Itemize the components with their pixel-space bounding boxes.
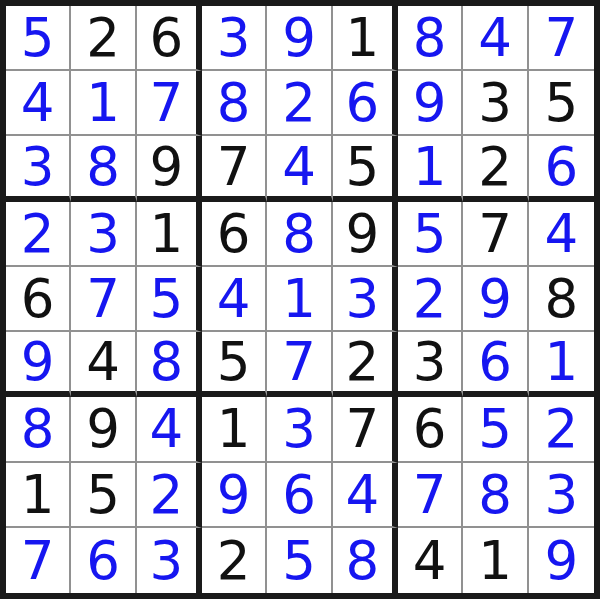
cell-r3c8[interactable]: 2 [463, 136, 528, 201]
cell-r1c7[interactable]: 8 [398, 6, 463, 71]
cell-r1c9[interactable]: 7 [529, 6, 594, 71]
cell-r9c2[interactable]: 6 [71, 528, 136, 593]
cell-r7c2[interactable]: 9 [71, 397, 136, 462]
cell-r6c2[interactable]: 4 [71, 332, 136, 397]
cell-r7c1[interactable]: 8 [6, 397, 71, 462]
cell-r5c5[interactable]: 1 [267, 267, 332, 332]
cell-r9c3[interactable]: 3 [137, 528, 202, 593]
cell-r2c1[interactable]: 4 [6, 71, 71, 136]
cell-r1c3[interactable]: 6 [137, 6, 202, 71]
cell-r5c6[interactable]: 3 [333, 267, 398, 332]
cell-r2c7[interactable]: 9 [398, 71, 463, 136]
cell-r8c9[interactable]: 3 [529, 463, 594, 528]
cell-r6c5[interactable]: 7 [267, 332, 332, 397]
cell-r2c2[interactable]: 1 [71, 71, 136, 136]
cell-r8c6[interactable]: 4 [333, 463, 398, 528]
cell-r7c5[interactable]: 3 [267, 397, 332, 462]
cell-r7c6[interactable]: 7 [333, 397, 398, 462]
cell-r8c7[interactable]: 7 [398, 463, 463, 528]
cell-r4c8[interactable]: 7 [463, 202, 528, 267]
cell-r6c1[interactable]: 9 [6, 332, 71, 397]
cell-r5c7[interactable]: 2 [398, 267, 463, 332]
cell-r1c6[interactable]: 1 [333, 6, 398, 71]
cell-r1c2[interactable]: 2 [71, 6, 136, 71]
cell-r3c4[interactable]: 7 [202, 136, 267, 201]
cell-r8c5[interactable]: 6 [267, 463, 332, 528]
cell-r9c9[interactable]: 9 [529, 528, 594, 593]
cell-r2c3[interactable]: 7 [137, 71, 202, 136]
cell-r5c4[interactable]: 4 [202, 267, 267, 332]
cell-r7c4[interactable]: 1 [202, 397, 267, 462]
cell-r8c1[interactable]: 1 [6, 463, 71, 528]
cell-r9c7[interactable]: 4 [398, 528, 463, 593]
cell-r3c6[interactable]: 5 [333, 136, 398, 201]
cell-r6c3[interactable]: 8 [137, 332, 202, 397]
cell-r3c2[interactable]: 8 [71, 136, 136, 201]
cell-r6c4[interactable]: 5 [202, 332, 267, 397]
cell-r5c3[interactable]: 5 [137, 267, 202, 332]
cell-r5c2[interactable]: 7 [71, 267, 136, 332]
cell-r2c8[interactable]: 3 [463, 71, 528, 136]
cell-r2c4[interactable]: 8 [202, 71, 267, 136]
cell-r9c1[interactable]: 7 [6, 528, 71, 593]
cell-r3c1[interactable]: 3 [6, 136, 71, 201]
cell-r1c1[interactable]: 5 [6, 6, 71, 71]
cell-r8c4[interactable]: 9 [202, 463, 267, 528]
cell-r4c3[interactable]: 1 [137, 202, 202, 267]
cell-r1c4[interactable]: 3 [202, 6, 267, 71]
cell-r8c8[interactable]: 8 [463, 463, 528, 528]
cell-r5c1[interactable]: 6 [6, 267, 71, 332]
cell-r8c3[interactable]: 2 [137, 463, 202, 528]
cell-r3c7[interactable]: 1 [398, 136, 463, 201]
cell-r4c1[interactable]: 2 [6, 202, 71, 267]
cell-r4c2[interactable]: 3 [71, 202, 136, 267]
cell-r7c7[interactable]: 6 [398, 397, 463, 462]
cell-r7c9[interactable]: 2 [529, 397, 594, 462]
cell-r6c9[interactable]: 1 [529, 332, 594, 397]
cell-r4c6[interactable]: 9 [333, 202, 398, 267]
cell-r7c3[interactable]: 4 [137, 397, 202, 462]
cell-r2c5[interactable]: 2 [267, 71, 332, 136]
cell-r9c6[interactable]: 8 [333, 528, 398, 593]
cell-r9c5[interactable]: 5 [267, 528, 332, 593]
sudoku-board: 5263918474178269353897451262316895746754… [0, 0, 600, 599]
cell-r9c8[interactable]: 1 [463, 528, 528, 593]
cell-r1c5[interactable]: 9 [267, 6, 332, 71]
cell-r5c8[interactable]: 9 [463, 267, 528, 332]
cell-r3c9[interactable]: 6 [529, 136, 594, 201]
cell-r5c9[interactable]: 8 [529, 267, 594, 332]
cell-r6c6[interactable]: 2 [333, 332, 398, 397]
cell-r8c2[interactable]: 5 [71, 463, 136, 528]
cell-r2c9[interactable]: 5 [529, 71, 594, 136]
cell-r9c4[interactable]: 2 [202, 528, 267, 593]
cell-r4c7[interactable]: 5 [398, 202, 463, 267]
cell-r4c9[interactable]: 4 [529, 202, 594, 267]
cell-r1c8[interactable]: 4 [463, 6, 528, 71]
cell-r6c7[interactable]: 3 [398, 332, 463, 397]
cell-r7c8[interactable]: 5 [463, 397, 528, 462]
cell-r3c5[interactable]: 4 [267, 136, 332, 201]
cell-r2c6[interactable]: 6 [333, 71, 398, 136]
cell-r4c5[interactable]: 8 [267, 202, 332, 267]
cell-r3c3[interactable]: 9 [137, 136, 202, 201]
cell-r6c8[interactable]: 6 [463, 332, 528, 397]
cell-r4c4[interactable]: 6 [202, 202, 267, 267]
